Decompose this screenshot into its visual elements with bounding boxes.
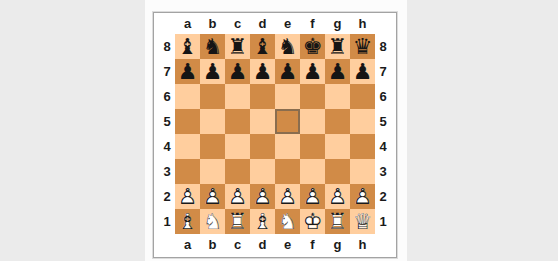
rank-label-4-left: 4 xyxy=(159,134,175,159)
square-c4[interactable] xyxy=(225,134,250,159)
black-knight[interactable]: ♞ xyxy=(200,34,225,59)
square-d3[interactable] xyxy=(250,159,275,184)
square-g7[interactable]: ♟ xyxy=(325,59,350,84)
square-c3[interactable] xyxy=(225,159,250,184)
square-b1[interactable]: ♞♘ xyxy=(200,209,225,234)
white-pawn-outline: ♙ xyxy=(225,184,250,209)
square-a8[interactable]: ♝ xyxy=(175,34,200,59)
black-rook[interactable]: ♜ xyxy=(225,34,250,59)
rank-labels-right: 87654321 xyxy=(375,34,391,234)
black-queen[interactable]: ♛ xyxy=(350,34,375,59)
black-pawn[interactable]: ♟ xyxy=(200,59,225,84)
square-b2[interactable]: ♟♙ xyxy=(200,184,225,209)
file-label-e-bottom: e xyxy=(275,237,300,252)
square-h7[interactable]: ♟ xyxy=(350,59,375,84)
white-pawn-outline: ♙ xyxy=(275,184,300,209)
white-pawn-outline: ♙ xyxy=(350,184,375,209)
square-g5[interactable] xyxy=(325,109,350,134)
white-rook-outline: ♖ xyxy=(325,209,350,234)
square-d7[interactable]: ♟ xyxy=(250,59,275,84)
black-pawn[interactable]: ♟ xyxy=(350,59,375,84)
square-c6[interactable] xyxy=(225,84,250,109)
square-a4[interactable] xyxy=(175,134,200,159)
white-bishop-outline: ♗ xyxy=(175,209,200,234)
square-e2[interactable]: ♟♙ xyxy=(275,184,300,209)
rank-label-3-right: 3 xyxy=(375,159,391,184)
square-b4[interactable] xyxy=(200,134,225,159)
black-pawn[interactable]: ♟ xyxy=(325,59,350,84)
square-a2[interactable]: ♟♙ xyxy=(175,184,200,209)
rank-label-5-left: 5 xyxy=(159,109,175,134)
square-e7[interactable]: ♟ xyxy=(275,59,300,84)
file-label-f-bottom: f xyxy=(300,237,325,252)
square-f6[interactable] xyxy=(300,84,325,109)
black-pawn[interactable]: ♟ xyxy=(225,59,250,84)
file-label-h-bottom: h xyxy=(350,237,375,252)
file-labels-bottom: abcdefgh xyxy=(175,234,391,255)
file-label-a-top: a xyxy=(175,16,200,31)
file-labels-top: abcdefgh xyxy=(175,13,391,34)
white-rook-outline: ♖ xyxy=(225,209,250,234)
square-g2[interactable]: ♟♙ xyxy=(325,184,350,209)
square-f8[interactable]: ♚ xyxy=(300,34,325,59)
rank-label-8-left: 8 xyxy=(159,34,175,59)
file-label-a-bottom: a xyxy=(175,237,200,252)
square-h1[interactable]: ♛♕ xyxy=(350,209,375,234)
square-e4[interactable] xyxy=(275,134,300,159)
square-c5[interactable] xyxy=(225,109,250,134)
chess-diagram-panel: abcdefgh 87654321 ♝♞♜♝♞♚♜♛♟♟♟♟♟♟♟♟♟♙♟♙♟♙… xyxy=(153,12,397,258)
square-f3[interactable] xyxy=(300,159,325,184)
white-pawn-outline: ♙ xyxy=(325,184,350,209)
rank-label-1-left: 1 xyxy=(159,209,175,234)
black-knight[interactable]: ♞ xyxy=(275,34,300,59)
rank-label-6-left: 6 xyxy=(159,84,175,109)
white-pawn-outline: ♙ xyxy=(175,184,200,209)
black-pawn[interactable]: ♟ xyxy=(175,59,200,84)
square-d5[interactable] xyxy=(250,109,275,134)
board-block: abcdefgh 87654321 ♝♞♜♝♞♚♜♛♟♟♟♟♟♟♟♟♟♙♟♙♟♙… xyxy=(159,13,391,255)
square-h3[interactable] xyxy=(350,159,375,184)
square-d8[interactable]: ♝ xyxy=(250,34,275,59)
white-king-outline: ♔ xyxy=(300,209,325,234)
file-label-c-top: c xyxy=(225,16,250,31)
square-f2[interactable]: ♟♙ xyxy=(300,184,325,209)
square-e5[interactable] xyxy=(275,109,300,134)
square-h5[interactable] xyxy=(350,109,375,134)
square-h8[interactable]: ♛ xyxy=(350,34,375,59)
square-d6[interactable] xyxy=(250,84,275,109)
square-a3[interactable] xyxy=(175,159,200,184)
square-b3[interactable] xyxy=(200,159,225,184)
square-g1[interactable]: ♜♖ xyxy=(325,209,350,234)
white-pawn-outline: ♙ xyxy=(300,184,325,209)
square-e3[interactable] xyxy=(275,159,300,184)
file-label-h-top: h xyxy=(350,16,375,31)
rank-label-8-right: 8 xyxy=(375,34,391,59)
file-label-g-top: g xyxy=(325,16,350,31)
file-label-b-bottom: b xyxy=(200,237,225,252)
rank-label-6-right: 6 xyxy=(375,84,391,109)
square-h4[interactable] xyxy=(350,134,375,159)
chess-board: ♝♞♜♝♞♚♜♛♟♟♟♟♟♟♟♟♟♙♟♙♟♙♟♙♟♙♟♙♟♙♟♙♝♗♞♘♜♖♝♗… xyxy=(175,34,375,234)
square-e1[interactable]: ♞♘ xyxy=(275,209,300,234)
square-c8[interactable]: ♜ xyxy=(225,34,250,59)
rank-labels-left: 87654321 xyxy=(159,34,175,234)
page: abcdefgh 87654321 ♝♞♜♝♞♚♜♛♟♟♟♟♟♟♟♟♟♙♟♙♟♙… xyxy=(0,0,558,261)
rank-label-5-right: 5 xyxy=(375,109,391,134)
square-f7[interactable]: ♟ xyxy=(300,59,325,84)
square-f5[interactable] xyxy=(300,109,325,134)
square-a6[interactable] xyxy=(175,84,200,109)
square-h2[interactable]: ♟♙ xyxy=(350,184,375,209)
square-g8[interactable]: ♜ xyxy=(325,34,350,59)
square-a7[interactable]: ♟ xyxy=(175,59,200,84)
black-pawn[interactable]: ♟ xyxy=(300,59,325,84)
square-e8[interactable]: ♞ xyxy=(275,34,300,59)
square-f4[interactable] xyxy=(300,134,325,159)
square-e6[interactable] xyxy=(275,84,300,109)
square-a5[interactable] xyxy=(175,109,200,134)
square-h6[interactable] xyxy=(350,84,375,109)
square-c7[interactable]: ♟ xyxy=(225,59,250,84)
file-label-b-top: b xyxy=(200,16,225,31)
black-rook[interactable]: ♜ xyxy=(325,34,350,59)
black-pawn[interactable]: ♟ xyxy=(250,59,275,84)
file-label-e-top: e xyxy=(275,16,300,31)
white-knight-outline: ♘ xyxy=(200,209,225,234)
black-bishop[interactable]: ♝ xyxy=(175,34,200,59)
rank-label-4-right: 4 xyxy=(375,134,391,159)
square-g4[interactable] xyxy=(325,134,350,159)
square-b5[interactable] xyxy=(200,109,225,134)
black-pawn[interactable]: ♟ xyxy=(275,59,300,84)
square-a1[interactable]: ♝♗ xyxy=(175,209,200,234)
file-label-f-top: f xyxy=(300,16,325,31)
square-b8[interactable]: ♞ xyxy=(200,34,225,59)
white-knight-outline: ♘ xyxy=(275,209,300,234)
file-label-d-top: d xyxy=(250,16,275,31)
file-label-c-bottom: c xyxy=(225,237,250,252)
square-c1[interactable]: ♜♖ xyxy=(225,209,250,234)
square-b7[interactable]: ♟ xyxy=(200,59,225,84)
black-king[interactable]: ♚ xyxy=(300,34,325,59)
square-g6[interactable] xyxy=(325,84,350,109)
square-c2[interactable]: ♟♙ xyxy=(225,184,250,209)
rank-label-3-left: 3 xyxy=(159,159,175,184)
white-bishop-outline: ♗ xyxy=(250,209,275,234)
black-bishop[interactable]: ♝ xyxy=(250,34,275,59)
square-f1[interactable]: ♚♔ xyxy=(300,209,325,234)
file-label-g-bottom: g xyxy=(325,237,350,252)
square-d2[interactable]: ♟♙ xyxy=(250,184,275,209)
square-d4[interactable] xyxy=(250,134,275,159)
file-label-d-bottom: d xyxy=(250,237,275,252)
square-d1[interactable]: ♝♗ xyxy=(250,209,275,234)
rank-label-7-left: 7 xyxy=(159,59,175,84)
rank-label-7-right: 7 xyxy=(375,59,391,84)
square-b6[interactable] xyxy=(200,84,225,109)
square-g3[interactable] xyxy=(325,159,350,184)
rank-label-2-right: 2 xyxy=(375,184,391,209)
rank-label-2-left: 2 xyxy=(159,184,175,209)
white-queen-outline: ♕ xyxy=(350,209,375,234)
white-pawn-outline: ♙ xyxy=(200,184,225,209)
white-pawn-outline: ♙ xyxy=(250,184,275,209)
rank-label-1-right: 1 xyxy=(375,209,391,234)
